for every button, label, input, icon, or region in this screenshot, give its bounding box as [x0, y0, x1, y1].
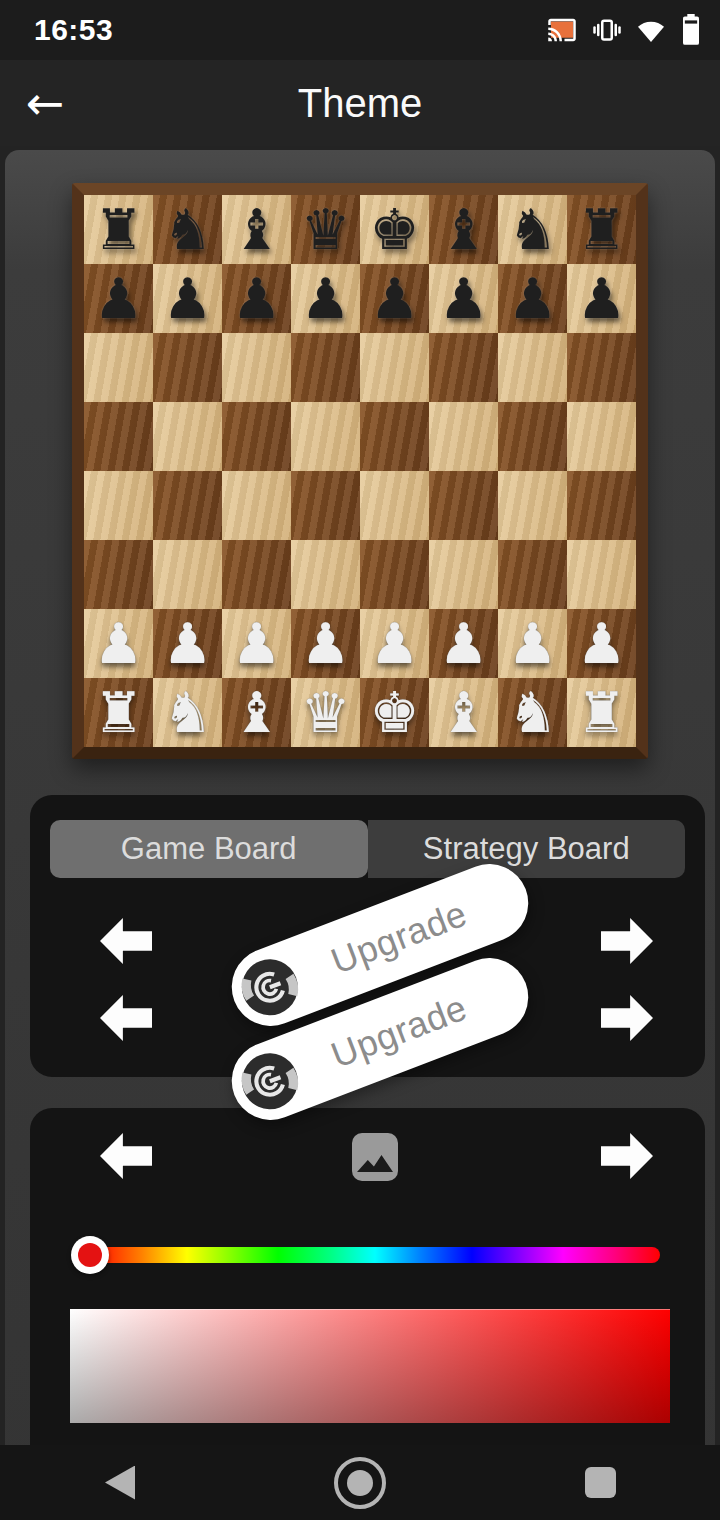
square-a4 [84, 471, 153, 540]
recents-square-icon[interactable] [585, 1467, 616, 1498]
square-g2: ♟ [498, 609, 567, 678]
app-bar: ← Theme [0, 60, 720, 146]
android-nav-bar [0, 1445, 720, 1520]
white-pawn: ♟ [438, 616, 488, 672]
square-d7: ♟ [291, 264, 360, 333]
white-pawn: ♟ [369, 616, 419, 672]
square-f2: ♟ [429, 609, 498, 678]
square-h4 [567, 471, 636, 540]
black-knight: ♞ [162, 202, 212, 258]
square-f8: ♝ [429, 195, 498, 264]
piece-style-next-button[interactable] [601, 995, 653, 1041]
square-g5 [498, 402, 567, 471]
back-button[interactable]: ← [0, 80, 90, 126]
tab-game-board[interactable]: Game Board [50, 820, 368, 878]
black-king: ♚ [369, 202, 419, 258]
black-pawn: ♟ [369, 271, 419, 327]
square-b6 [153, 333, 222, 402]
theme-screen: 16:53 [0, 0, 720, 1520]
square-f6 [429, 333, 498, 402]
square-c7: ♟ [222, 264, 291, 333]
white-pawn: ♟ [162, 616, 212, 672]
hue-slider[interactable] [90, 1247, 660, 1263]
status-bar: 16:53 [0, 0, 720, 60]
square-e8: ♚ [360, 195, 429, 264]
black-rook: ♜ [576, 202, 626, 258]
square-f4 [429, 471, 498, 540]
square-e3 [360, 540, 429, 609]
square-e2: ♟ [360, 609, 429, 678]
white-pawn: ♟ [93, 616, 143, 672]
black-pawn: ♟ [93, 271, 143, 327]
square-d6 [291, 333, 360, 402]
square-e7: ♟ [360, 264, 429, 333]
square-f7: ♟ [429, 264, 498, 333]
square-g8: ♞ [498, 195, 567, 264]
black-pawn: ♟ [576, 271, 626, 327]
vibrate-icon [592, 15, 622, 45]
square-a3 [84, 540, 153, 609]
cast-icon [545, 15, 579, 45]
chess-board-preview: ♜♞♝♛♚♝♞♜♟♟♟♟♟♟♟♟♟♟♟♟♟♟♟♟♜♞♝♛♚♝♞♜ [72, 183, 648, 759]
black-pawn: ♟ [231, 271, 281, 327]
black-knight: ♞ [507, 202, 557, 258]
board-style-prev-button[interactable] [100, 918, 152, 964]
square-c8: ♝ [222, 195, 291, 264]
square-g3 [498, 540, 567, 609]
square-h1: ♜ [567, 678, 636, 747]
square-c1: ♝ [222, 678, 291, 747]
black-pawn: ♟ [507, 271, 557, 327]
square-e1: ♚ [360, 678, 429, 747]
white-pawn: ♟ [300, 616, 350, 672]
status-icons [545, 14, 702, 46]
square-b5 [153, 402, 222, 471]
battery-icon [680, 14, 702, 46]
background-next-button[interactable] [601, 1133, 653, 1179]
square-c5 [222, 402, 291, 471]
square-c2: ♟ [222, 609, 291, 678]
chess-board-grid: ♜♞♝♛♚♝♞♜♟♟♟♟♟♟♟♟♟♟♟♟♟♟♟♟♜♞♝♛♚♝♞♜ [84, 195, 636, 747]
white-pawn: ♟ [231, 616, 281, 672]
square-c3 [222, 540, 291, 609]
square-c4 [222, 471, 291, 540]
square-d5 [291, 402, 360, 471]
white-bishop: ♝ [231, 685, 281, 741]
background-color-card [30, 1108, 705, 1448]
square-b8: ♞ [153, 195, 222, 264]
square-f1: ♝ [429, 678, 498, 747]
wifi-icon [635, 15, 667, 45]
square-e4 [360, 471, 429, 540]
white-knight: ♞ [162, 685, 212, 741]
square-h3 [567, 540, 636, 609]
square-b7: ♟ [153, 264, 222, 333]
saturation-value-picker[interactable] [70, 1309, 670, 1423]
square-c6 [222, 333, 291, 402]
white-bishop: ♝ [438, 685, 488, 741]
hue-slider-thumb[interactable] [71, 1236, 109, 1274]
black-bishop: ♝ [231, 202, 281, 258]
square-a8: ♜ [84, 195, 153, 264]
square-g6 [498, 333, 567, 402]
black-rook: ♜ [93, 202, 143, 258]
square-a5 [84, 402, 153, 471]
square-d4 [291, 471, 360, 540]
square-a2: ♟ [84, 609, 153, 678]
square-d2: ♟ [291, 609, 360, 678]
black-pawn: ♟ [162, 271, 212, 327]
square-g7: ♟ [498, 264, 567, 333]
black-bishop: ♝ [438, 202, 488, 258]
square-a7: ♟ [84, 264, 153, 333]
square-h7: ♟ [567, 264, 636, 333]
white-rook: ♜ [93, 685, 143, 741]
square-e6 [360, 333, 429, 402]
board-tab-bar: Game Board Strategy Board [50, 820, 685, 878]
black-pawn: ♟ [300, 271, 350, 327]
square-d3 [291, 540, 360, 609]
mountains-glyph [357, 1155, 393, 1172]
square-h2: ♟ [567, 609, 636, 678]
white-rook: ♜ [576, 685, 626, 741]
board-style-next-button[interactable] [601, 918, 653, 964]
black-pawn: ♟ [438, 271, 488, 327]
white-queen: ♛ [300, 685, 350, 741]
white-knight: ♞ [507, 685, 557, 741]
square-d8: ♛ [291, 195, 360, 264]
square-g4 [498, 471, 567, 540]
black-queen: ♛ [300, 202, 350, 258]
white-king: ♚ [369, 685, 419, 741]
square-g1: ♞ [498, 678, 567, 747]
clock: 16:53 [34, 13, 113, 47]
square-b2: ♟ [153, 609, 222, 678]
square-a6 [84, 333, 153, 402]
back-triangle-icon[interactable] [105, 1466, 135, 1500]
background-prev-button[interactable] [100, 1133, 152, 1179]
square-d1: ♛ [291, 678, 360, 747]
square-e5 [360, 402, 429, 471]
square-f3 [429, 540, 498, 609]
square-b4 [153, 471, 222, 540]
square-f5 [429, 402, 498, 471]
tab-strategy-board[interactable]: Strategy Board [368, 820, 686, 878]
square-h6 [567, 333, 636, 402]
page-title: Theme [0, 81, 720, 126]
square-b1: ♞ [153, 678, 222, 747]
square-h5 [567, 402, 636, 471]
square-h8: ♜ [567, 195, 636, 264]
white-pawn: ♟ [507, 616, 557, 672]
white-pawn: ♟ [576, 616, 626, 672]
home-circle-icon[interactable] [334, 1457, 386, 1509]
image-icon[interactable] [352, 1133, 398, 1181]
piece-style-prev-button[interactable] [100, 995, 152, 1041]
square-b3 [153, 540, 222, 609]
square-a1: ♜ [84, 678, 153, 747]
